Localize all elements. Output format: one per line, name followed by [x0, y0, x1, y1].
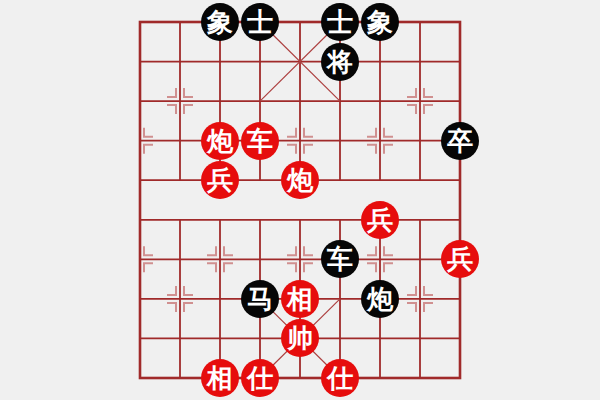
piece-black-general[interactable]: 将	[321, 43, 359, 81]
piece-red-cannon[interactable]: 炮	[281, 161, 319, 199]
piece-black-elephant[interactable]: 象	[361, 3, 399, 41]
pieces-layer: 象士士象将炮车卒兵炮兵车兵马相炮帅相仕仕	[120, 2, 480, 397]
piece-red-elephant[interactable]: 相	[281, 280, 319, 318]
piece-red-elephant[interactable]: 相	[201, 359, 239, 397]
piece-red-soldier[interactable]: 兵	[201, 161, 239, 199]
piece-black-elephant[interactable]: 象	[201, 3, 239, 41]
piece-red-soldier[interactable]: 兵	[441, 240, 479, 278]
piece-black-soldier[interactable]: 卒	[441, 122, 479, 160]
piece-red-chariot[interactable]: 车	[241, 122, 279, 160]
piece-red-cannon[interactable]: 炮	[201, 122, 239, 160]
piece-black-advisor[interactable]: 士	[321, 3, 359, 41]
piece-black-chariot[interactable]: 车	[321, 240, 359, 278]
piece-black-advisor[interactable]: 士	[241, 3, 279, 41]
xiangqi-app-window: 象士士象将炮车卒兵炮兵车兵马相炮帅相仕仕	[0, 0, 600, 400]
piece-red-general[interactable]: 帅	[281, 319, 319, 357]
piece-red-advisor[interactable]: 仕	[241, 359, 279, 397]
piece-black-cannon[interactable]: 炮	[361, 280, 399, 318]
piece-red-soldier[interactable]: 兵	[361, 201, 399, 239]
piece-black-horse[interactable]: 马	[241, 280, 279, 318]
piece-red-advisor[interactable]: 仕	[321, 359, 359, 397]
